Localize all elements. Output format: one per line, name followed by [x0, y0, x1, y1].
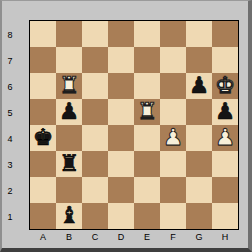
rank-label-6: 6	[2, 74, 18, 100]
white-pawn[interactable]: ♟	[160, 125, 186, 151]
square-g2[interactable]	[186, 177, 212, 203]
file-label-d: D	[108, 231, 134, 244]
square-c5[interactable]	[82, 99, 108, 125]
square-b7[interactable]	[56, 47, 82, 73]
rank-label-3: 3	[2, 152, 18, 178]
square-b4[interactable]	[56, 125, 82, 151]
square-h1[interactable]	[212, 203, 238, 229]
rank-label-5: 5	[2, 100, 18, 126]
white-rook[interactable]: ♜	[134, 99, 160, 125]
rank-label-4: 4	[2, 126, 18, 152]
square-d4[interactable]	[108, 125, 134, 151]
square-d5[interactable]	[108, 99, 134, 125]
file-label-h: H	[212, 231, 238, 244]
black-pawn[interactable]: ♟	[212, 99, 238, 125]
black-bishop[interactable]: ♝	[56, 203, 82, 229]
file-label-g: G	[186, 231, 212, 244]
square-g8[interactable]	[186, 21, 212, 47]
square-f5[interactable]	[160, 99, 186, 125]
rank-label-8: 8	[2, 22, 18, 48]
square-e4[interactable]	[134, 125, 160, 151]
square-e6[interactable]	[134, 73, 160, 99]
square-h8[interactable]	[212, 21, 238, 47]
square-f2[interactable]	[160, 177, 186, 203]
square-d2[interactable]	[108, 177, 134, 203]
chess-board-frame: ♜♟♚♟♜♟♚♟♟♜♝ 87654321 ABCDEFGH	[0, 0, 252, 252]
square-d1[interactable]	[108, 203, 134, 229]
square-a7[interactable]	[30, 47, 56, 73]
square-b1[interactable]: ♝	[56, 203, 82, 229]
square-c7[interactable]	[82, 47, 108, 73]
square-h5[interactable]: ♟	[212, 99, 238, 125]
square-b2[interactable]	[56, 177, 82, 203]
white-king[interactable]: ♚	[212, 73, 238, 99]
square-b5[interactable]: ♟	[56, 99, 82, 125]
square-b3[interactable]: ♜	[56, 151, 82, 177]
square-d8[interactable]	[108, 21, 134, 47]
square-e7[interactable]	[134, 47, 160, 73]
square-f4[interactable]: ♟	[160, 125, 186, 151]
file-label-c: C	[82, 231, 108, 244]
square-a2[interactable]	[30, 177, 56, 203]
square-g1[interactable]	[186, 203, 212, 229]
square-g3[interactable]	[186, 151, 212, 177]
square-c8[interactable]	[82, 21, 108, 47]
file-label-a: A	[30, 231, 56, 244]
square-g5[interactable]	[186, 99, 212, 125]
rank-label-1: 1	[2, 204, 18, 230]
file-label-e: E	[134, 231, 160, 244]
square-h3[interactable]	[212, 151, 238, 177]
square-d7[interactable]	[108, 47, 134, 73]
square-f1[interactable]	[160, 203, 186, 229]
square-e5[interactable]: ♜	[134, 99, 160, 125]
square-e2[interactable]	[134, 177, 160, 203]
square-h2[interactable]	[212, 177, 238, 203]
white-rook[interactable]: ♜	[56, 73, 82, 99]
square-h7[interactable]	[212, 47, 238, 73]
square-a3[interactable]	[30, 151, 56, 177]
square-e8[interactable]	[134, 21, 160, 47]
chess-board: ♜♟♚♟♜♟♚♟♟♜♝	[29, 20, 239, 230]
square-a5[interactable]	[30, 99, 56, 125]
square-a6[interactable]	[30, 73, 56, 99]
square-e1[interactable]	[134, 203, 160, 229]
square-f6[interactable]	[160, 73, 186, 99]
square-f8[interactable]	[160, 21, 186, 47]
square-c3[interactable]	[82, 151, 108, 177]
black-rook[interactable]: ♜	[56, 151, 82, 177]
square-e3[interactable]	[134, 151, 160, 177]
square-f3[interactable]	[160, 151, 186, 177]
square-h6[interactable]: ♚	[212, 73, 238, 99]
white-pawn[interactable]: ♟	[212, 125, 238, 151]
square-a8[interactable]	[30, 21, 56, 47]
black-pawn[interactable]: ♟	[186, 73, 212, 99]
square-c4[interactable]	[82, 125, 108, 151]
rank-label-2: 2	[2, 178, 18, 204]
file-label-f: F	[160, 231, 186, 244]
square-c2[interactable]	[82, 177, 108, 203]
square-b8[interactable]	[56, 21, 82, 47]
square-c1[interactable]	[82, 203, 108, 229]
square-g4[interactable]	[186, 125, 212, 151]
square-d6[interactable]	[108, 73, 134, 99]
square-a4[interactable]: ♚	[30, 125, 56, 151]
square-b6[interactable]: ♜	[56, 73, 82, 99]
rank-label-7: 7	[2, 48, 18, 74]
black-king[interactable]: ♚	[30, 125, 56, 151]
square-d3[interactable]	[108, 151, 134, 177]
square-h4[interactable]: ♟	[212, 125, 238, 151]
square-g7[interactable]	[186, 47, 212, 73]
black-pawn[interactable]: ♟	[56, 99, 82, 125]
square-c6[interactable]	[82, 73, 108, 99]
square-g6[interactable]: ♟	[186, 73, 212, 99]
file-label-b: B	[56, 231, 82, 244]
square-a1[interactable]	[30, 203, 56, 229]
square-f7[interactable]	[160, 47, 186, 73]
